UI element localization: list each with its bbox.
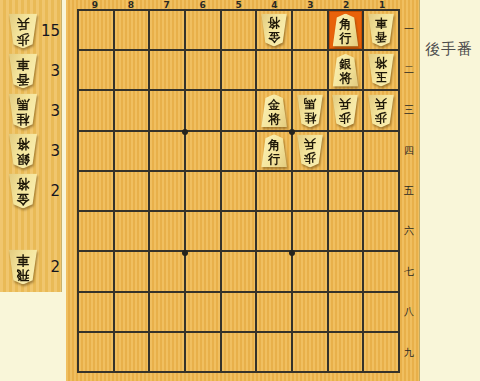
square-54[interactable] xyxy=(222,132,256,170)
koma-kanji: 桂馬 xyxy=(7,94,39,129)
square-13[interactable]: 歩兵 xyxy=(364,91,398,129)
square-57[interactable] xyxy=(222,252,256,290)
square-45[interactable] xyxy=(257,172,291,210)
square-79[interactable] xyxy=(150,333,184,371)
square-65[interactable] xyxy=(186,172,220,210)
gote-pawn-piece[interactable]: 歩兵 xyxy=(331,94,360,127)
square-21[interactable]: 角行 xyxy=(329,11,363,49)
square-66[interactable] xyxy=(186,212,220,250)
sente-bishop-piece[interactable]: 角行 xyxy=(260,134,289,167)
square-31[interactable] xyxy=(293,11,327,49)
koma-body: 桂馬 xyxy=(295,94,324,127)
koma-kanji: 桂馬 xyxy=(295,94,324,127)
koma-kanji: 飛車 xyxy=(7,250,39,285)
square-62[interactable] xyxy=(186,51,220,89)
square-37[interactable] xyxy=(293,252,327,290)
koma-body: 歩兵 xyxy=(7,14,39,49)
hand-count-rook: 2 xyxy=(50,258,60,276)
square-63[interactable] xyxy=(186,91,220,129)
koma-body: 香車 xyxy=(367,14,396,47)
gote-lance-piece[interactable]: 香車 xyxy=(367,14,396,47)
square-19[interactable] xyxy=(364,333,398,371)
koma-kanji: 歩兵 xyxy=(295,134,324,167)
sente-silver-piece[interactable]: 銀将 xyxy=(331,54,360,87)
koma-kanji: 香車 xyxy=(7,54,39,89)
square-29[interactable] xyxy=(329,333,363,371)
square-49[interactable] xyxy=(257,333,291,371)
square-82[interactable] xyxy=(115,51,149,89)
gote-knight-piece[interactable]: 桂馬 xyxy=(295,94,324,127)
square-61[interactable] xyxy=(186,11,220,49)
gote-gold-piece[interactable]: 金将 xyxy=(260,14,289,47)
square-34[interactable]: 歩兵 xyxy=(293,132,327,170)
rank-label-4: 四 xyxy=(400,130,418,170)
square-67[interactable] xyxy=(186,252,220,290)
koma-kanji: 歩兵 xyxy=(367,94,396,127)
square-92[interactable] xyxy=(79,51,113,89)
gote-rook-piece[interactable]: 飛車 xyxy=(7,250,39,285)
turn-indicator: 後手番 xyxy=(425,40,473,59)
square-95[interactable] xyxy=(79,172,113,210)
square-42[interactable] xyxy=(257,51,291,89)
koma-body: 金将 xyxy=(260,94,289,127)
hand-row-knight: 桂馬3 xyxy=(0,92,62,130)
square-84[interactable] xyxy=(115,132,149,170)
koma-body: 金将 xyxy=(260,14,289,47)
square-96[interactable] xyxy=(79,212,113,250)
square-98[interactable] xyxy=(79,293,113,331)
square-39[interactable] xyxy=(293,333,327,371)
gote-knight-piece[interactable]: 桂馬 xyxy=(7,94,39,129)
square-16[interactable] xyxy=(364,212,398,250)
koma-body: 金将 xyxy=(7,174,39,209)
gote-king-piece[interactable]: 玉将 xyxy=(367,54,396,87)
square-44[interactable]: 角行 xyxy=(257,132,291,170)
square-76[interactable] xyxy=(150,212,184,250)
rank-label-7: 七 xyxy=(400,252,418,292)
square-46[interactable] xyxy=(257,212,291,250)
koma-kanji: 金将 xyxy=(7,174,39,209)
square-99[interactable] xyxy=(79,333,113,371)
gote-pawn-piece[interactable]: 歩兵 xyxy=(7,14,39,49)
koma-kanji: 歩兵 xyxy=(331,94,360,127)
hand-row-gold: 金将2 xyxy=(0,172,62,210)
square-97[interactable] xyxy=(79,252,113,290)
square-88[interactable] xyxy=(115,293,149,331)
rank-label-2: 二 xyxy=(400,49,418,89)
square-24[interactable] xyxy=(329,132,363,170)
gote-hand-stand: 歩兵15香車3桂馬3銀将3金将2飛車2 xyxy=(0,0,62,292)
rank-label-6: 六 xyxy=(400,211,418,251)
gote-silver-piece[interactable]: 銀将 xyxy=(7,134,39,169)
sente-gold-piece[interactable]: 金将 xyxy=(260,94,289,127)
square-75[interactable] xyxy=(150,172,184,210)
square-43[interactable]: 金将 xyxy=(257,91,291,129)
sente-bishop-piece[interactable]: 角行 xyxy=(331,14,360,47)
koma-kanji: 金将 xyxy=(260,14,289,47)
square-23[interactable]: 歩兵 xyxy=(329,91,363,129)
square-69[interactable] xyxy=(186,333,220,371)
square-73[interactable] xyxy=(150,91,184,129)
koma-body: 桂馬 xyxy=(7,94,39,129)
square-86[interactable] xyxy=(115,212,149,250)
square-51[interactable] xyxy=(222,11,256,49)
square-11[interactable]: 香車 xyxy=(364,11,398,49)
hand-row-silver: 銀将3 xyxy=(0,132,62,170)
koma-kanji: 歩兵 xyxy=(7,14,39,49)
square-93[interactable] xyxy=(79,91,113,129)
square-32[interactable] xyxy=(293,51,327,89)
square-26[interactable] xyxy=(329,212,363,250)
koma-body: 銀将 xyxy=(331,54,360,87)
square-89[interactable] xyxy=(115,333,149,371)
board-grid: 金将角行香車銀将玉将金将桂馬歩兵歩兵角行歩兵 xyxy=(77,9,400,373)
shogi-diagram: 歩兵15香車3桂馬3銀将3金将2飛車2 987654321 金将角行香車銀将玉将… xyxy=(0,0,480,381)
koma-kanji: 香車 xyxy=(367,14,396,47)
rank-labels: 一二三四五六七八九 xyxy=(400,9,418,373)
square-77[interactable] xyxy=(150,252,184,290)
rank-label-5: 五 xyxy=(400,171,418,211)
shogi-board: 987654321 金将角行香車銀将玉将金将桂馬歩兵歩兵角行歩兵 一二三四五六七… xyxy=(66,0,420,381)
square-55[interactable] xyxy=(222,172,256,210)
hand-row-pawn: 歩兵15 xyxy=(0,12,62,50)
square-56[interactable] xyxy=(222,212,256,250)
rank-label-9: 九 xyxy=(400,333,418,373)
square-15[interactable] xyxy=(364,172,398,210)
gote-lance-piece[interactable]: 香車 xyxy=(7,54,39,89)
koma-body: 角行 xyxy=(260,134,289,167)
square-28[interactable] xyxy=(329,293,363,331)
square-71[interactable] xyxy=(150,11,184,49)
square-83[interactable] xyxy=(115,91,149,129)
square-91[interactable] xyxy=(79,11,113,49)
square-78[interactable] xyxy=(150,293,184,331)
hand-count-lance: 3 xyxy=(50,62,60,80)
square-38[interactable] xyxy=(293,293,327,331)
koma-kanji: 角行 xyxy=(331,14,360,47)
square-17[interactable] xyxy=(364,252,398,290)
rank-label-1: 一 xyxy=(400,9,418,49)
square-58[interactable] xyxy=(222,293,256,331)
square-27[interactable] xyxy=(329,252,363,290)
square-94[interactable] xyxy=(79,132,113,170)
hand-count-pawn: 15 xyxy=(41,22,60,40)
koma-body: 歩兵 xyxy=(331,94,360,127)
koma-kanji: 角行 xyxy=(260,134,289,167)
koma-body: 歩兵 xyxy=(367,94,396,127)
square-81[interactable] xyxy=(115,11,149,49)
hand-count-gold: 2 xyxy=(50,182,60,200)
square-36[interactable] xyxy=(293,212,327,250)
square-68[interactable] xyxy=(186,293,220,331)
square-33[interactable]: 桂馬 xyxy=(293,91,327,129)
koma-kanji: 金将 xyxy=(260,94,289,127)
square-59[interactable] xyxy=(222,333,256,371)
koma-body: 銀将 xyxy=(7,134,39,169)
rank-label-3: 三 xyxy=(400,90,418,130)
square-14[interactable] xyxy=(364,132,398,170)
hoshi-dot xyxy=(289,129,295,135)
square-74[interactable] xyxy=(150,132,184,170)
gote-pawn-piece[interactable]: 歩兵 xyxy=(295,134,324,167)
rank-label-8: 八 xyxy=(400,292,418,332)
square-87[interactable] xyxy=(115,252,149,290)
square-35[interactable] xyxy=(293,172,327,210)
koma-kanji: 玉将 xyxy=(367,54,396,87)
koma-body: 玉将 xyxy=(367,54,396,87)
square-47[interactable] xyxy=(257,252,291,290)
koma-kanji: 銀将 xyxy=(7,134,39,169)
hand-row-rook: 飛車2 xyxy=(0,248,62,286)
koma-kanji: 銀将 xyxy=(331,54,360,87)
hoshi-dot xyxy=(289,250,295,256)
square-22[interactable]: 銀将 xyxy=(329,51,363,89)
square-12[interactable]: 玉将 xyxy=(364,51,398,89)
square-85[interactable] xyxy=(115,172,149,210)
square-53[interactable] xyxy=(222,91,256,129)
koma-body: 香車 xyxy=(7,54,39,89)
koma-body: 歩兵 xyxy=(295,134,324,167)
koma-body: 角行 xyxy=(331,14,360,47)
hoshi-dot xyxy=(182,250,188,256)
hand-count-knight: 3 xyxy=(50,102,60,120)
hand-row-lance: 香車3 xyxy=(0,52,62,90)
square-25[interactable] xyxy=(329,172,363,210)
square-72[interactable] xyxy=(150,51,184,89)
koma-body: 飛車 xyxy=(7,250,39,285)
square-41[interactable]: 金将 xyxy=(257,11,291,49)
gote-pawn-piece[interactable]: 歩兵 xyxy=(367,94,396,127)
square-48[interactable] xyxy=(257,293,291,331)
hoshi-dot xyxy=(182,129,188,135)
square-18[interactable] xyxy=(364,293,398,331)
square-64[interactable] xyxy=(186,132,220,170)
square-52[interactable] xyxy=(222,51,256,89)
hand-count-silver: 3 xyxy=(50,142,60,160)
gote-gold-piece[interactable]: 金将 xyxy=(7,174,39,209)
